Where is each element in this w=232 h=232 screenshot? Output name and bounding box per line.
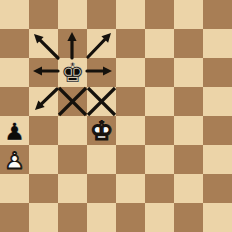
square-b6[interactable] xyxy=(29,58,58,87)
square-f6[interactable] xyxy=(145,58,174,87)
square-g1[interactable] xyxy=(174,203,203,232)
square-e6[interactable] xyxy=(116,58,145,87)
square-h6[interactable] xyxy=(203,58,232,87)
square-c8[interactable] xyxy=(58,0,87,29)
square-d2[interactable] xyxy=(87,174,116,203)
square-c2[interactable] xyxy=(58,174,87,203)
square-h3[interactable] xyxy=(203,145,232,174)
square-b3[interactable] xyxy=(29,145,58,174)
piece-black-pawn[interactable]: ♟ xyxy=(0,116,29,146)
square-g7[interactable] xyxy=(174,29,203,58)
square-h2[interactable] xyxy=(203,174,232,203)
square-a1[interactable] xyxy=(0,203,29,232)
square-a3[interactable]: ♟♙ xyxy=(0,145,29,174)
square-e1[interactable] xyxy=(116,203,145,232)
square-g5[interactable] xyxy=(174,87,203,116)
square-c5[interactable] xyxy=(58,87,87,116)
piece-black-king[interactable]: ♚ xyxy=(58,58,87,87)
square-a7[interactable] xyxy=(0,29,29,58)
square-d4[interactable]: ♚♔ xyxy=(87,116,116,145)
square-e7[interactable] xyxy=(116,29,145,58)
square-c4[interactable] xyxy=(58,116,87,145)
square-c6[interactable]: ♚ xyxy=(58,58,87,87)
square-g8[interactable] xyxy=(174,0,203,29)
square-d7[interactable] xyxy=(87,29,116,58)
square-e2[interactable] xyxy=(116,174,145,203)
square-a4[interactable]: ♟ xyxy=(0,116,29,145)
square-e8[interactable] xyxy=(116,0,145,29)
square-h5[interactable] xyxy=(203,87,232,116)
square-g6[interactable] xyxy=(174,58,203,87)
square-a2[interactable] xyxy=(0,174,29,203)
square-g3[interactable] xyxy=(174,145,203,174)
square-d5[interactable] xyxy=(87,87,116,116)
square-b4[interactable] xyxy=(29,116,58,145)
chess-board: ♚♟♚♔♟♙ xyxy=(0,0,232,232)
square-f3[interactable] xyxy=(145,145,174,174)
square-f4[interactable] xyxy=(145,116,174,145)
square-f5[interactable] xyxy=(145,87,174,116)
square-c3[interactable] xyxy=(58,145,87,174)
square-a5[interactable] xyxy=(0,87,29,116)
square-f8[interactable] xyxy=(145,0,174,29)
square-g2[interactable] xyxy=(174,174,203,203)
piece-white-pawn-outline: ♙ xyxy=(0,145,29,175)
square-d1[interactable] xyxy=(87,203,116,232)
square-b5[interactable] xyxy=(29,87,58,116)
square-g4[interactable] xyxy=(174,116,203,145)
square-b7[interactable] xyxy=(29,29,58,58)
square-h8[interactable] xyxy=(203,0,232,29)
square-b8[interactable] xyxy=(29,0,58,29)
square-e5[interactable] xyxy=(116,87,145,116)
square-a6[interactable] xyxy=(0,58,29,87)
piece-white-king-outline: ♔ xyxy=(87,116,116,145)
square-e4[interactable] xyxy=(116,116,145,145)
square-f1[interactable] xyxy=(145,203,174,232)
square-h4[interactable] xyxy=(203,116,232,145)
square-h7[interactable] xyxy=(203,29,232,58)
square-d8[interactable] xyxy=(87,0,116,29)
square-c1[interactable] xyxy=(58,203,87,232)
square-a8[interactable] xyxy=(0,0,29,29)
square-c7[interactable] xyxy=(58,29,87,58)
square-f7[interactable] xyxy=(145,29,174,58)
square-d3[interactable] xyxy=(87,145,116,174)
square-b2[interactable] xyxy=(29,174,58,203)
square-h1[interactable] xyxy=(203,203,232,232)
square-d6[interactable] xyxy=(87,58,116,87)
square-f2[interactable] xyxy=(145,174,174,203)
square-e3[interactable] xyxy=(116,145,145,174)
square-b1[interactable] xyxy=(29,203,58,232)
